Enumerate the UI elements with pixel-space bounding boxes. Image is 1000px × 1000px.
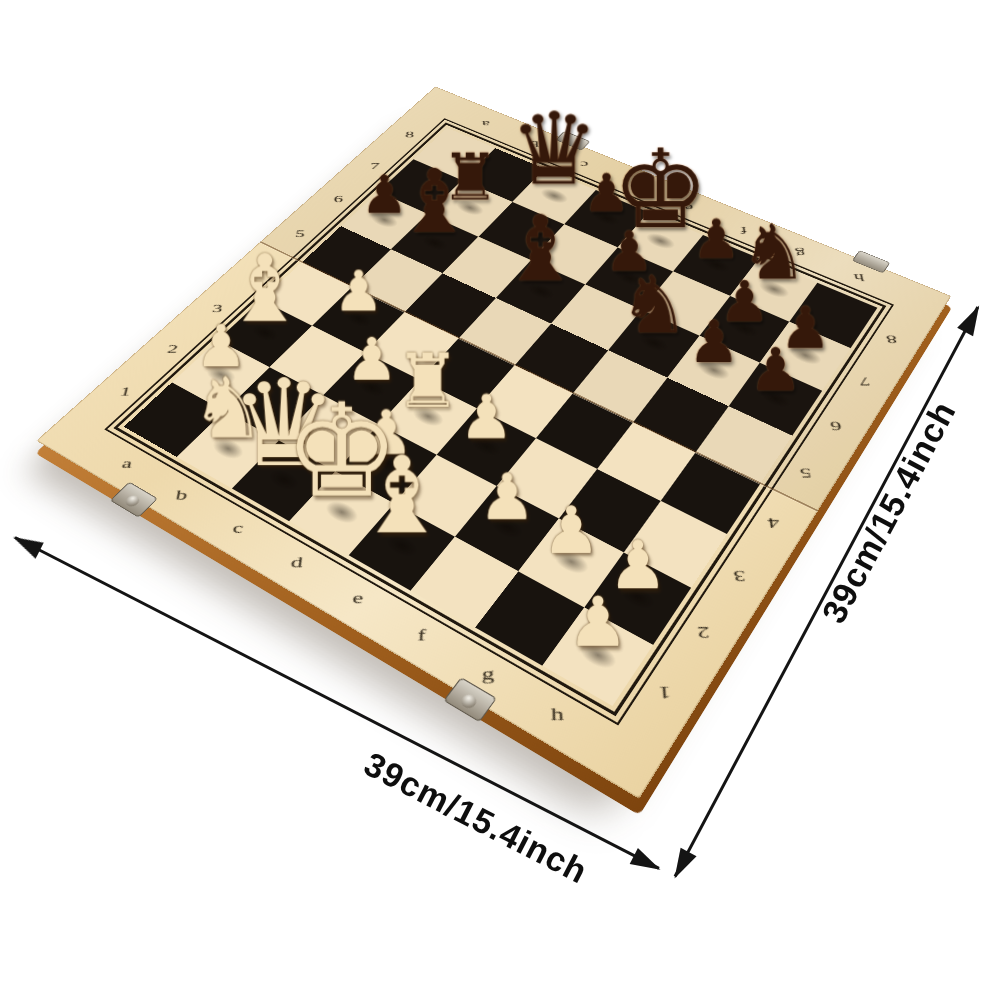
file-label-far-f: f (729, 223, 759, 237)
rank-label-left-1: 1 (108, 383, 143, 400)
white-pawn-g2: ♟ (542, 500, 601, 562)
rank-label-left-2: 2 (156, 341, 189, 357)
white-pawn-b4: ♟ (333, 265, 383, 318)
black-pawn-h6: ♟ (749, 342, 802, 398)
white-pawn-e3: ♟ (459, 388, 514, 446)
file-label-near-a: a (109, 454, 145, 473)
file-label-near-c: c (220, 518, 256, 538)
clasp-knob-icon (123, 494, 142, 509)
rank-label-right-4: 4 (756, 513, 792, 533)
file-label-near-b: b (163, 485, 199, 504)
file-label-far-g: g (785, 246, 816, 260)
clasp-knob-icon (458, 693, 478, 711)
board-grid: ♛♟♚♟♞♜♟♟♟♟♝♝♞♟♟♟♝♟♜♟♟♟♟♟♟♞♛♚♝♟ (124, 128, 878, 706)
square-f4 (536, 393, 633, 469)
file-label-near-e: e (340, 587, 376, 609)
rank-label-left-5: 5 (285, 227, 315, 241)
black-pawn-g6: ♟ (688, 315, 740, 370)
file-label-near-h: h (539, 702, 576, 727)
rank-label-right-5: 5 (788, 464, 823, 483)
rank-label-right-6: 6 (819, 417, 854, 435)
file-label-far-a: a (473, 118, 499, 130)
chess-set-product-photo: ♛♟♚♟♞♜♟♟♟♟♝♝♞♟♟♟♝♟♜♟♟♟♟♟♟♞♛♚♝♟ aa11bb22c… (0, 0, 1000, 1000)
rank-label-right-1: 1 (646, 681, 684, 705)
rank-label-right-2: 2 (685, 621, 723, 644)
rank-label-left-4: 4 (244, 263, 275, 278)
rank-label-left-7: 7 (361, 160, 388, 173)
black-bishop-d6: ♝ (500, 205, 581, 291)
chessboard: ♛♟♚♟♞♜♟♟♟♟♝♝♞♟♟♟♝♟♜♟♟♟♟♟♟♞♛♚♝♟ aa11bb22c… (36, 87, 951, 799)
rank-label-right-3: 3 (721, 565, 758, 586)
rank-label-left-6: 6 (324, 192, 352, 205)
rank-label-right-7: 7 (848, 373, 882, 390)
rank-label-right-8: 8 (875, 331, 908, 347)
rank-label-left-8: 8 (396, 129, 423, 141)
file-label-far-c: c (571, 158, 598, 171)
file-label-far-e: e (675, 201, 704, 214)
white-bishop-e1: ♝ (355, 445, 450, 546)
file-label-near-d: d (279, 552, 315, 573)
file-label-near-g: g (470, 662, 506, 686)
board-frame: ♛♟♚♟♞♜♟♟♟♟♝♝♞♟♟♟♝♟♜♟♟♟♟♟♟♞♛♚♝♟ aa11bb22c… (36, 87, 951, 799)
file-label-near-f: f (403, 624, 439, 647)
file-label-far-b: b (521, 138, 547, 150)
black-bishop-b6: ♝ (396, 160, 474, 243)
file-label-far-d: d (622, 179, 650, 192)
file-label-far-h: h (843, 270, 875, 285)
white-pawn-f2: ♟ (478, 467, 535, 528)
white-pawn-h1: ♟ (567, 590, 629, 655)
black-pawn-f8: ♟ (692, 213, 741, 265)
black-knight-f6: ♞ (619, 268, 690, 343)
